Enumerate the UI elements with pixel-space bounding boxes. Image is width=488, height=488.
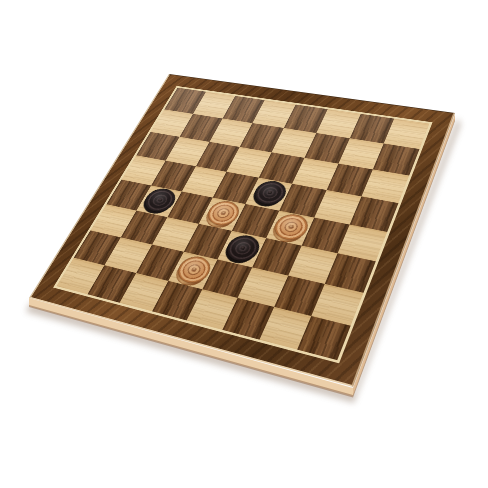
- scene: [0, 0, 488, 488]
